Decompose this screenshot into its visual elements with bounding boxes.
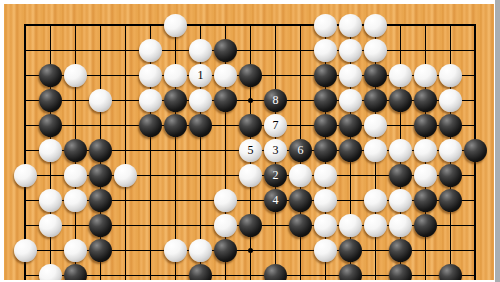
- stone-black[interactable]: [389, 164, 412, 187]
- stone-white[interactable]: [164, 239, 187, 262]
- stone-white[interactable]: [14, 239, 37, 262]
- stone-black[interactable]: [389, 89, 412, 112]
- stone-white[interactable]: [89, 89, 112, 112]
- stone-white[interactable]: [364, 14, 387, 37]
- go-board[interactable]: 18753624: [4, 4, 494, 280]
- stone-black[interactable]: [164, 89, 187, 112]
- stone-black[interactable]: [339, 114, 362, 137]
- stone-white[interactable]: [339, 64, 362, 87]
- stone-white[interactable]: [39, 189, 62, 212]
- stone-white[interactable]: [439, 89, 462, 112]
- grid-line-horizontal: [24, 24, 476, 26]
- stone-black-move-2[interactable]: 2: [264, 164, 287, 187]
- stone-black[interactable]: [214, 89, 237, 112]
- stone-white[interactable]: [214, 189, 237, 212]
- move-number-label: 4: [273, 193, 279, 207]
- stone-black[interactable]: [214, 239, 237, 262]
- stone-white[interactable]: [389, 64, 412, 87]
- stone-white[interactable]: [439, 139, 462, 162]
- stone-white[interactable]: [139, 64, 162, 87]
- stone-black[interactable]: [339, 139, 362, 162]
- stone-black[interactable]: [239, 214, 262, 237]
- stone-black[interactable]: [64, 264, 87, 280]
- stone-white[interactable]: [64, 64, 87, 87]
- stone-white[interactable]: [339, 14, 362, 37]
- stone-black[interactable]: [164, 114, 187, 137]
- stone-black[interactable]: [439, 114, 462, 137]
- move-number-label: 3: [273, 143, 279, 157]
- stone-white[interactable]: [364, 114, 387, 137]
- stone-white[interactable]: [39, 264, 62, 280]
- stone-black[interactable]: [364, 89, 387, 112]
- stone-black[interactable]: [439, 189, 462, 212]
- stone-black[interactable]: [389, 264, 412, 280]
- stone-white[interactable]: [364, 189, 387, 212]
- stone-black[interactable]: [339, 264, 362, 280]
- stone-black[interactable]: [89, 164, 112, 187]
- stone-black[interactable]: [189, 114, 212, 137]
- stone-white[interactable]: [214, 64, 237, 87]
- stone-white-move-7[interactable]: 7: [264, 114, 287, 137]
- stone-black[interactable]: [339, 239, 362, 262]
- move-number-label: 6: [298, 143, 304, 157]
- stone-black[interactable]: [89, 189, 112, 212]
- stone-white[interactable]: [114, 164, 137, 187]
- stone-black[interactable]: [364, 64, 387, 87]
- stone-black[interactable]: [264, 264, 287, 280]
- stone-black[interactable]: [314, 89, 337, 112]
- stone-white[interactable]: [239, 164, 262, 187]
- stone-white[interactable]: [189, 89, 212, 112]
- stone-white[interactable]: [314, 14, 337, 37]
- grid-line-vertical: [125, 25, 126, 280]
- stone-white[interactable]: [164, 64, 187, 87]
- stone-white[interactable]: [389, 139, 412, 162]
- stone-white[interactable]: [189, 239, 212, 262]
- stone-black[interactable]: [239, 114, 262, 137]
- stone-white[interactable]: [189, 39, 212, 62]
- stone-black[interactable]: [289, 189, 312, 212]
- stone-white[interactable]: [64, 239, 87, 262]
- stone-white[interactable]: [389, 189, 412, 212]
- stone-black[interactable]: [39, 114, 62, 137]
- stone-white[interactable]: [414, 139, 437, 162]
- stone-black[interactable]: [314, 114, 337, 137]
- stone-white[interactable]: [289, 164, 312, 187]
- stone-white[interactable]: [214, 214, 237, 237]
- star-point: [248, 248, 253, 253]
- stone-white[interactable]: [39, 214, 62, 237]
- stone-white[interactable]: [314, 239, 337, 262]
- stone-white[interactable]: [364, 139, 387, 162]
- stone-black[interactable]: [389, 239, 412, 262]
- move-number-label: 5: [248, 143, 254, 157]
- stone-black[interactable]: [89, 214, 112, 237]
- stone-white[interactable]: [339, 39, 362, 62]
- stone-white[interactable]: [414, 64, 437, 87]
- stone-black[interactable]: [314, 64, 337, 87]
- stone-black[interactable]: [189, 264, 212, 280]
- stone-black[interactable]: [414, 189, 437, 212]
- move-number-label: 1: [198, 68, 204, 82]
- go-diagram-screenshot: 18753624: [0, 0, 500, 282]
- stone-white[interactable]: [314, 39, 337, 62]
- stone-black[interactable]: [414, 114, 437, 137]
- stone-black[interactable]: [89, 139, 112, 162]
- stone-black-move-4[interactable]: 4: [264, 189, 287, 212]
- stone-white[interactable]: [339, 89, 362, 112]
- stone-white[interactable]: [314, 164, 337, 187]
- stone-white[interactable]: [439, 64, 462, 87]
- move-number-label: 2: [273, 168, 279, 182]
- stone-white[interactable]: [314, 189, 337, 212]
- stone-black[interactable]: [439, 164, 462, 187]
- stone-black[interactable]: [139, 114, 162, 137]
- stone-white-move-3[interactable]: 3: [264, 139, 287, 162]
- stone-black[interactable]: [39, 64, 62, 87]
- stone-black[interactable]: [64, 139, 87, 162]
- stone-white[interactable]: [64, 189, 87, 212]
- stone-black-move-8[interactable]: 8: [264, 89, 287, 112]
- stone-white[interactable]: [364, 39, 387, 62]
- stone-white[interactable]: [314, 214, 337, 237]
- stone-white-move-5[interactable]: 5: [239, 139, 262, 162]
- stone-black[interactable]: [214, 39, 237, 62]
- stone-black[interactable]: [239, 64, 262, 87]
- stone-black[interactable]: [464, 139, 487, 162]
- window-edge-strip: [495, 0, 500, 282]
- stone-white[interactable]: [364, 214, 387, 237]
- stone-black[interactable]: [414, 214, 437, 237]
- stone-black[interactable]: [39, 89, 62, 112]
- stone-white[interactable]: [164, 14, 187, 37]
- stone-white[interactable]: [64, 164, 87, 187]
- stone-black[interactable]: [89, 239, 112, 262]
- stone-black[interactable]: [289, 214, 312, 237]
- move-number-label: 7: [273, 118, 279, 132]
- stone-black[interactable]: [414, 89, 437, 112]
- move-number-label: 8: [273, 93, 279, 107]
- grid-line-horizontal: [24, 50, 476, 51]
- stone-white[interactable]: [339, 214, 362, 237]
- stone-black-move-6[interactable]: 6: [289, 139, 312, 162]
- stone-black[interactable]: [314, 139, 337, 162]
- stone-white-move-1[interactable]: 1: [189, 64, 212, 87]
- stone-white[interactable]: [139, 39, 162, 62]
- stone-white[interactable]: [14, 164, 37, 187]
- stone-white[interactable]: [39, 139, 62, 162]
- stone-black[interactable]: [439, 264, 462, 280]
- stone-white[interactable]: [139, 89, 162, 112]
- star-point: [248, 98, 253, 103]
- stone-white[interactable]: [414, 164, 437, 187]
- stone-white[interactable]: [389, 214, 412, 237]
